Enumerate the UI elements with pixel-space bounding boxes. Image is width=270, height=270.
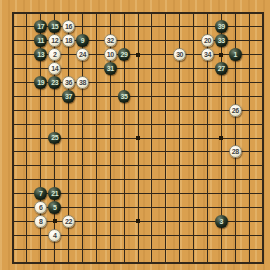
stone-move-number: 37 bbox=[65, 93, 72, 100]
stone-move-number: 36 bbox=[65, 79, 72, 86]
stone-e14[interactable]: 36 bbox=[62, 76, 75, 89]
stone-o16[interactable]: 34 bbox=[201, 48, 214, 61]
stone-f14[interactable]: 38 bbox=[76, 76, 89, 89]
stone-move-number: 31 bbox=[107, 65, 114, 72]
stone-move-number: 4 bbox=[53, 232, 57, 239]
stones-layer: 1234567891011121314151617181920212223242… bbox=[6, 6, 270, 270]
stone-f17[interactable]: 9 bbox=[76, 34, 89, 47]
stone-n16[interactable]: 30 bbox=[173, 48, 186, 61]
stone-r12[interactable]: 26 bbox=[229, 104, 242, 117]
stone-move-number: 33 bbox=[218, 37, 225, 44]
stone-h16[interactable]: 10 bbox=[104, 48, 117, 61]
stone-move-number: 38 bbox=[79, 79, 86, 86]
stone-d14[interactable]: 23 bbox=[48, 76, 61, 89]
stone-d3[interactable]: 4 bbox=[48, 229, 61, 242]
stone-move-number: 19 bbox=[37, 79, 44, 86]
stone-move-number: 14 bbox=[51, 65, 58, 72]
stone-r16[interactable]: 1 bbox=[229, 48, 242, 61]
stone-move-number: 24 bbox=[79, 51, 86, 58]
stone-h15[interactable]: 31 bbox=[104, 62, 117, 75]
stone-move-number: 16 bbox=[65, 23, 72, 30]
stone-move-number: 22 bbox=[65, 218, 72, 225]
stone-move-number: 39 bbox=[218, 23, 225, 30]
stone-j13[interactable]: 35 bbox=[118, 90, 131, 103]
stone-c4[interactable]: 8 bbox=[34, 215, 47, 228]
stone-move-number: 13 bbox=[37, 51, 44, 58]
stone-move-number: 18 bbox=[65, 37, 72, 44]
stone-move-number: 34 bbox=[204, 51, 211, 58]
stone-move-number: 3 bbox=[220, 218, 224, 225]
stone-move-number: 25 bbox=[51, 134, 58, 141]
stone-d17[interactable]: 12 bbox=[48, 34, 61, 47]
stone-c16[interactable]: 13 bbox=[34, 48, 47, 61]
stone-move-number: 10 bbox=[107, 51, 114, 58]
stone-d5[interactable]: 5 bbox=[48, 201, 61, 214]
stone-move-number: 12 bbox=[51, 37, 58, 44]
stone-e18[interactable]: 16 bbox=[62, 20, 75, 33]
stone-move-number: 17 bbox=[37, 23, 44, 30]
stone-q18[interactable]: 39 bbox=[215, 20, 228, 33]
stone-move-number: 29 bbox=[121, 51, 128, 58]
stone-move-number: 5 bbox=[53, 204, 57, 211]
stone-c14[interactable]: 19 bbox=[34, 76, 47, 89]
stone-f16[interactable]: 24 bbox=[76, 48, 89, 61]
stone-move-number: 1 bbox=[233, 51, 237, 58]
stone-move-number: 32 bbox=[107, 37, 114, 44]
stone-c6[interactable]: 7 bbox=[34, 187, 47, 200]
stone-d10[interactable]: 25 bbox=[48, 132, 61, 145]
stone-move-number: 21 bbox=[51, 190, 58, 197]
stone-move-number: 27 bbox=[218, 65, 225, 72]
stone-d16[interactable]: 2 bbox=[48, 48, 61, 61]
stone-c18[interactable]: 17 bbox=[34, 20, 47, 33]
go-board[interactable]: 1234567891011121314151617181920212223242… bbox=[0, 0, 270, 270]
stone-q4[interactable]: 3 bbox=[215, 215, 228, 228]
stone-move-number: 20 bbox=[204, 37, 211, 44]
stone-e13[interactable]: 37 bbox=[62, 90, 75, 103]
stone-move-number: 26 bbox=[232, 107, 239, 114]
stone-move-number: 28 bbox=[232, 148, 239, 155]
stone-d15[interactable]: 14 bbox=[48, 62, 61, 75]
stone-e17[interactable]: 18 bbox=[62, 34, 75, 47]
stone-e4[interactable]: 22 bbox=[62, 215, 75, 228]
stone-c5[interactable]: 6 bbox=[34, 201, 47, 214]
stone-h17[interactable]: 32 bbox=[104, 34, 117, 47]
stone-move-number: 23 bbox=[51, 79, 58, 86]
stone-d18[interactable]: 15 bbox=[48, 20, 61, 33]
stone-move-number: 8 bbox=[39, 218, 43, 225]
stone-move-number: 7 bbox=[39, 190, 43, 197]
stone-q15[interactable]: 27 bbox=[215, 62, 228, 75]
stone-d6[interactable]: 21 bbox=[48, 187, 61, 200]
stone-move-number: 6 bbox=[39, 204, 43, 211]
stone-o17[interactable]: 20 bbox=[201, 34, 214, 47]
stone-move-number: 15 bbox=[51, 23, 58, 30]
stone-q17[interactable]: 33 bbox=[215, 34, 228, 47]
stone-move-number: 35 bbox=[121, 93, 128, 100]
stone-j16[interactable]: 29 bbox=[118, 48, 131, 61]
stone-move-number: 30 bbox=[176, 51, 183, 58]
stone-c17[interactable]: 11 bbox=[34, 34, 47, 47]
stone-move-number: 11 bbox=[37, 37, 44, 44]
stone-r9[interactable]: 28 bbox=[229, 145, 242, 158]
stone-move-number: 2 bbox=[53, 51, 57, 58]
stone-move-number: 9 bbox=[81, 37, 85, 44]
